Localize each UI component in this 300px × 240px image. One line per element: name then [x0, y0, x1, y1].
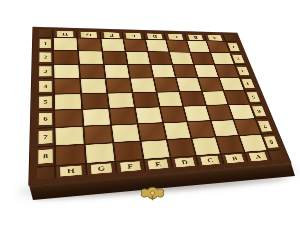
coordinate-label: A	[249, 152, 268, 161]
square-e3[interactable]	[128, 65, 152, 78]
square-b8[interactable]	[217, 136, 244, 153]
square-b2[interactable]	[191, 53, 214, 65]
coordinate-label: F	[103, 32, 119, 38]
square-d1[interactable]	[146, 40, 169, 52]
coordinate-label: D	[175, 157, 195, 167]
coordinate-label: 4	[39, 81, 52, 92]
coordinate-label: E	[148, 159, 169, 170]
rank-label-left-1: 1	[38, 38, 52, 50]
coordinate-label: G	[91, 163, 112, 174]
chess-board: HGFEDCBA1122334455667788HGFEDCBA	[29, 27, 291, 185]
square-f3[interactable]	[104, 65, 128, 78]
square-d2[interactable]	[148, 52, 171, 64]
square-b5[interactable]	[203, 91, 228, 105]
rank-label-left-5: 5	[38, 94, 54, 110]
square-c5[interactable]	[180, 92, 205, 106]
square-g3[interactable]	[80, 65, 105, 78]
square-h1[interactable]	[54, 38, 78, 50]
square-d6[interactable]	[160, 107, 186, 123]
file-label-bottom-h: H	[56, 164, 86, 177]
file-label-top-g: G	[77, 31, 99, 38]
square-d7[interactable]	[164, 122, 191, 139]
square-b7[interactable]	[212, 120, 238, 136]
square-e4[interactable]	[131, 78, 156, 92]
square-g6[interactable]	[83, 109, 110, 126]
file-label-bottom-a: A	[246, 151, 271, 162]
file-label-top-d: D	[144, 33, 165, 40]
square-h2[interactable]	[54, 51, 78, 64]
coordinate-label: 1	[39, 39, 51, 48]
square-h3[interactable]	[54, 65, 79, 79]
square-d8[interactable]	[167, 139, 195, 157]
square-e8[interactable]	[141, 140, 169, 159]
square-g2[interactable]	[79, 51, 103, 64]
rank-label-left-8: 8	[37, 147, 54, 167]
file-label-top-f: F	[100, 32, 122, 39]
square-e5[interactable]	[133, 92, 159, 107]
square-c2[interactable]	[170, 52, 193, 64]
square-h8[interactable]	[56, 145, 85, 165]
file-label-bottom-f: F	[116, 160, 144, 173]
file-label-top-b: B	[185, 34, 205, 41]
rank-label-left-7: 7	[37, 128, 54, 146]
coordinate-label: 3	[237, 66, 250, 75]
coordinate-label: B	[225, 154, 244, 164]
frame-corner	[39, 30, 53, 37]
brass-clasp-icon	[138, 184, 167, 202]
file-label-top-e: E	[123, 32, 145, 39]
coordinate-label: F	[120, 161, 141, 172]
square-g7[interactable]	[84, 126, 112, 144]
file-label-bottom-b: B	[222, 153, 248, 164]
square-f2[interactable]	[103, 51, 127, 63]
square-c1[interactable]	[167, 40, 189, 51]
coordinate-label: A	[207, 35, 222, 41]
square-f5[interactable]	[108, 93, 134, 108]
coordinate-label: 4	[241, 79, 254, 88]
square-e7[interactable]	[138, 123, 165, 140]
coordinate-label: 5	[39, 96, 53, 108]
square-g4[interactable]	[81, 79, 106, 93]
coordinate-label: B	[188, 34, 203, 40]
square-c8[interactable]	[193, 137, 220, 155]
square-c3[interactable]	[173, 65, 197, 77]
coordinate-label: 2	[39, 52, 52, 62]
file-label-bottom-d: D	[171, 156, 198, 168]
rank-label-left-2: 2	[38, 51, 52, 64]
coordinate-label: 2	[232, 54, 244, 62]
square-g1[interactable]	[78, 38, 101, 50]
square-d3[interactable]	[151, 65, 175, 78]
file-label-bottom-c: C	[197, 155, 223, 167]
square-h7[interactable]	[55, 127, 83, 146]
square-b3[interactable]	[195, 65, 218, 77]
file-label-bottom-e: E	[144, 158, 171, 170]
square-d4[interactable]	[154, 78, 179, 91]
square-e6[interactable]	[136, 107, 162, 123]
square-e2[interactable]	[126, 52, 150, 64]
frame-corner	[37, 167, 55, 180]
square-b1[interactable]	[187, 41, 209, 52]
coordinate-label: E	[125, 33, 141, 39]
square-b4[interactable]	[199, 78, 223, 91]
coordinate-label: H	[56, 31, 73, 37]
rank-label-left-4: 4	[38, 79, 53, 94]
square-e1[interactable]	[124, 39, 147, 51]
square-f4[interactable]	[106, 78, 131, 92]
square-c7[interactable]	[188, 121, 215, 137]
coordinate-label: 3	[39, 66, 52, 76]
coordinate-label: 8	[264, 136, 279, 148]
square-b6[interactable]	[207, 105, 233, 120]
square-g8[interactable]	[86, 143, 115, 163]
square-h5[interactable]	[55, 94, 81, 110]
file-label-top-c: C	[165, 33, 186, 40]
coordinate-label: D	[147, 33, 163, 39]
coordinate-label: 6	[38, 113, 52, 126]
rank-label-left-6: 6	[37, 111, 53, 128]
square-c6[interactable]	[184, 106, 210, 121]
coordinate-label: 8	[38, 149, 53, 164]
square-c4[interactable]	[177, 78, 201, 91]
file-label-top-h: H	[54, 30, 77, 37]
frame-corner	[224, 35, 236, 41]
coordinate-label: H	[60, 165, 82, 176]
square-h6[interactable]	[55, 110, 82, 127]
square-f7[interactable]	[112, 125, 140, 143]
coordinate-label: C	[168, 34, 184, 40]
file-label-bottom-g: G	[87, 162, 116, 175]
coordinate-label: 7	[258, 121, 272, 132]
square-f6[interactable]	[110, 108, 137, 124]
coordinate-label: 7	[38, 130, 53, 144]
frame-corner	[268, 150, 284, 160]
square-f8[interactable]	[114, 142, 142, 161]
coordinate-label: G	[80, 32, 97, 38]
square-h4[interactable]	[54, 79, 80, 94]
square-f1[interactable]	[101, 39, 124, 51]
file-label-top-a: A	[205, 35, 225, 41]
coordinate-label: 6	[252, 106, 266, 116]
square-g5[interactable]	[82, 93, 108, 108]
coordinate-label: 5	[247, 92, 261, 102]
coordinate-label: C	[200, 155, 220, 165]
chessboard-photo: HGFEDCBA1122334455667788HGFEDCBA	[0, 0, 300, 240]
square-d5[interactable]	[157, 92, 182, 106]
rank-label-left-3: 3	[38, 65, 53, 79]
coordinate-label: 1	[227, 43, 239, 51]
chess-board-grid: HGFEDCBA1122334455667788HGFEDCBA	[37, 30, 285, 179]
